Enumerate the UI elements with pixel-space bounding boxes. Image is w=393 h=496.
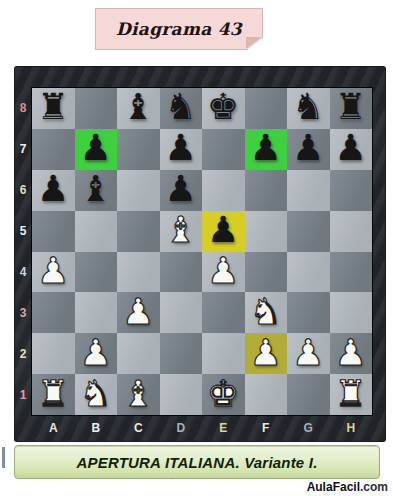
square-a2 [32,333,75,374]
square-e1: ♚ [202,374,245,415]
square-a8: ♜ [32,88,75,129]
piece-black-bishop: ♝ [122,89,154,125]
square-a3 [32,292,75,333]
piece-white-pawn: ♟ [207,253,239,289]
rank-label-4: 4 [15,252,31,293]
site-watermark: AulaFacil.com [307,480,388,494]
file-label-g: G [287,416,330,439]
rank-label-8: 8 [15,87,31,128]
brand-name: AulaFacil [307,480,360,494]
piece-black-pawn: ♟ [165,130,197,166]
piece-black-pawn: ♟ [292,130,324,166]
square-f2: ♟ [245,333,288,374]
square-h2: ♟ [330,333,373,374]
square-d1 [160,374,203,415]
square-f5 [245,211,288,252]
square-c7 [117,129,160,170]
square-e8: ♚ [202,88,245,129]
square-g8: ♞ [287,88,330,129]
square-a4: ♟ [32,252,75,293]
text-cursor-mark [2,447,5,468]
piece-black-pawn: ♟ [207,212,239,248]
piece-black-pawn: ♟ [165,171,197,207]
square-h4 [330,252,373,293]
piece-white-pawn: ♟ [335,335,367,371]
square-e6 [202,170,245,211]
file-label-h: H [330,416,373,439]
piece-white-pawn: ♟ [80,335,112,371]
piece-white-bishop: ♝ [165,212,197,248]
square-d4 [160,252,203,293]
piece-black-rook: ♜ [37,89,69,125]
square-c6 [117,170,160,211]
rank-label-5: 5 [15,210,31,251]
brand-suffix: .com [360,480,388,494]
square-f8 [245,88,288,129]
file-label-c: C [117,416,160,439]
square-a6: ♟ [32,170,75,211]
square-a7 [32,129,75,170]
square-g1 [287,374,330,415]
square-g3 [287,292,330,333]
diagram-note: Diagrama 43 [95,8,263,50]
square-h1: ♜ [330,374,373,415]
piece-white-bishop: ♝ [122,376,154,412]
square-g6 [287,170,330,211]
piece-black-pawn: ♟ [37,171,69,207]
square-e3 [202,292,245,333]
square-c8: ♝ [117,88,160,129]
piece-white-knight: ♞ [250,294,282,330]
diagram-title: Diagrama 43 [116,19,242,39]
square-b8 [75,88,118,129]
square-b6: ♝ [75,170,118,211]
square-h3 [330,292,373,333]
file-label-a: A [32,416,75,439]
square-c5 [117,211,160,252]
square-g5 [287,211,330,252]
square-b5 [75,211,118,252]
rank-label-6: 6 [15,169,31,210]
file-labels: ABCDEFGH [32,416,372,439]
square-d8: ♞ [160,88,203,129]
square-d2 [160,333,203,374]
square-g2: ♟ [287,333,330,374]
piece-black-pawn: ♟ [80,130,112,166]
piece-black-king: ♚ [207,89,239,125]
chess-board-frame: 87654321 ♜♝♞♚♞♜♟♟♟♟♟♟♝♟♝♟♟♟♟♞♟♟♟♟♜♞♝♚♜ A… [15,67,385,441]
rank-labels: 87654321 [15,87,31,416]
piece-white-king: ♚ [207,376,239,412]
chess-board: ♜♝♞♚♞♜♟♟♟♟♟♟♝♟♝♟♟♟♟♞♟♟♟♟♜♞♝♚♜ [31,87,373,416]
file-label-b: B [75,416,118,439]
square-d5: ♝ [160,211,203,252]
rank-label-3: 3 [15,293,31,334]
square-d3 [160,292,203,333]
caption-bar: APERTURA ITALIANA. Variante I. [14,445,380,479]
square-e4: ♟ [202,252,245,293]
piece-black-pawn: ♟ [335,130,367,166]
square-b2: ♟ [75,333,118,374]
square-h8: ♜ [330,88,373,129]
square-a1: ♜ [32,374,75,415]
square-e2 [202,333,245,374]
rank-label-2: 2 [15,334,31,375]
piece-white-rook: ♜ [335,376,367,412]
square-a5 [32,211,75,252]
piece-white-rook: ♜ [37,376,69,412]
piece-white-knight: ♞ [80,376,112,412]
square-f3: ♞ [245,292,288,333]
square-e7 [202,129,245,170]
piece-white-pawn: ♟ [122,294,154,330]
rank-label-1: 1 [15,375,31,416]
piece-black-knight: ♞ [165,89,197,125]
caption-text: APERTURA ITALIANA. Variante I. [76,454,317,471]
file-label-e: E [202,416,245,439]
piece-black-knight: ♞ [292,89,324,125]
square-e5: ♟ [202,211,245,252]
square-c1: ♝ [117,374,160,415]
note-fold-corner [246,37,262,49]
square-d6: ♟ [160,170,203,211]
square-b7: ♟ [75,129,118,170]
piece-white-pawn: ♟ [250,335,282,371]
square-f6 [245,170,288,211]
rank-label-7: 7 [15,128,31,169]
square-h7: ♟ [330,129,373,170]
file-label-d: D [160,416,203,439]
piece-black-pawn: ♟ [250,130,282,166]
square-g4 [287,252,330,293]
square-b3 [75,292,118,333]
piece-black-rook: ♜ [335,89,367,125]
square-h5 [330,211,373,252]
square-f1 [245,374,288,415]
piece-white-pawn: ♟ [292,335,324,371]
square-c4 [117,252,160,293]
square-b4 [75,252,118,293]
file-label-f: F [245,416,288,439]
square-d7: ♟ [160,129,203,170]
piece-white-pawn: ♟ [37,253,69,289]
piece-black-bishop: ♝ [80,171,112,207]
square-c2 [117,333,160,374]
square-f4 [245,252,288,293]
square-g7: ♟ [287,129,330,170]
square-h6 [330,170,373,211]
square-b1: ♞ [75,374,118,415]
square-c3: ♟ [117,292,160,333]
square-f7: ♟ [245,129,288,170]
